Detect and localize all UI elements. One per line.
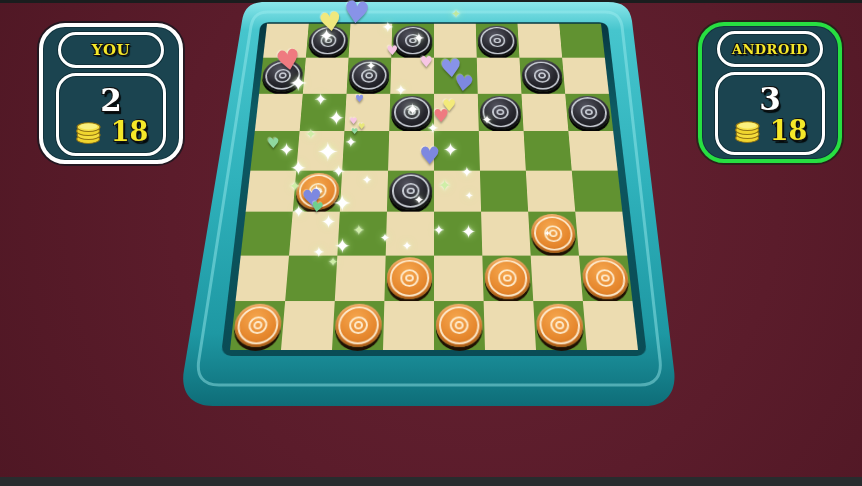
score-box-android: 3 18 <box>715 72 825 155</box>
board-square-e3[interactable] <box>434 212 482 256</box>
board-square-e6[interactable] <box>434 94 479 131</box>
board-square-e5[interactable] <box>434 131 480 170</box>
orange-piece[interactable] <box>535 304 585 348</box>
player-panel-android: ANDROID 3 18 <box>698 22 842 163</box>
board-square-g6[interactable] <box>521 94 568 131</box>
board-square-f2[interactable] <box>482 256 533 302</box>
orange-piece[interactable] <box>232 304 283 348</box>
orange-piece[interactable] <box>334 304 383 348</box>
board-square-f8[interactable] <box>476 24 520 58</box>
black-piece[interactable] <box>479 96 522 130</box>
player-panel-you: YOU 2 18 <box>39 23 183 164</box>
board-square-b2[interactable] <box>285 256 337 302</box>
score-you: 2 <box>100 84 122 117</box>
board-square-d2[interactable] <box>384 256 434 302</box>
board-square-h4[interactable] <box>572 171 623 212</box>
board-square-e8[interactable] <box>434 24 477 58</box>
board-square-g8[interactable] <box>518 24 563 58</box>
board-square-d4[interactable] <box>387 171 434 212</box>
board-square-f7[interactable] <box>477 58 522 94</box>
board-square-d6[interactable] <box>389 94 434 131</box>
orange-piece[interactable] <box>484 258 531 299</box>
black-piece[interactable] <box>567 96 612 130</box>
orange-piece[interactable] <box>581 258 631 299</box>
player-name-android: ANDROID <box>732 42 808 57</box>
orange-piece[interactable] <box>436 304 483 348</box>
board-square-a1[interactable] <box>230 302 285 350</box>
coins-icon <box>733 117 763 144</box>
board-square-h5[interactable] <box>568 131 617 170</box>
board-square-d3[interactable] <box>386 212 434 256</box>
board-square-b5[interactable] <box>296 131 344 170</box>
coins-icon <box>74 118 104 145</box>
board-square-a7[interactable] <box>259 58 306 94</box>
board-square-b8[interactable] <box>306 24 351 58</box>
board-square-c5[interactable] <box>342 131 389 170</box>
board-square-g4[interactable] <box>526 171 575 212</box>
board-square-e1[interactable] <box>434 302 485 350</box>
orange-piece[interactable] <box>386 258 432 299</box>
black-piece[interactable] <box>348 60 390 92</box>
board-square-d5[interactable] <box>388 131 434 170</box>
board-square-f4[interactable] <box>480 171 528 212</box>
score-box-you: 2 18 <box>56 73 166 156</box>
board-square-b4[interactable] <box>293 171 342 212</box>
board-square-g2[interactable] <box>531 256 583 302</box>
board-square-b3[interactable] <box>289 212 340 256</box>
player-name-you: YOU <box>92 41 130 59</box>
player-name-pill: ANDROID <box>717 31 823 67</box>
board-square-b1[interactable] <box>281 302 335 350</box>
coin-count-you: 18 <box>111 118 149 145</box>
board-square-a3[interactable] <box>241 212 293 256</box>
board-square-h6[interactable] <box>565 94 613 131</box>
board-square-c1[interactable] <box>332 302 384 350</box>
board-square-f1[interactable] <box>484 302 536 350</box>
black-piece[interactable] <box>393 26 433 57</box>
board-square-c8[interactable] <box>349 24 393 58</box>
orange-piece[interactable] <box>295 173 341 210</box>
board-square-f5[interactable] <box>479 131 526 170</box>
board-square-a8[interactable] <box>263 24 309 58</box>
board-square-h3[interactable] <box>575 212 627 256</box>
board-square-g1[interactable] <box>533 302 587 350</box>
black-piece[interactable] <box>521 60 563 92</box>
black-piece[interactable] <box>261 60 304 92</box>
black-piece[interactable] <box>307 26 348 57</box>
checkers-board <box>230 24 638 350</box>
board-square-c4[interactable] <box>340 171 388 212</box>
board-square-h2[interactable] <box>579 256 633 302</box>
board-square-e7[interactable] <box>434 58 478 94</box>
board-square-d7[interactable] <box>390 58 434 94</box>
board-square-h7[interactable] <box>562 58 609 94</box>
board-square-h8[interactable] <box>559 24 605 58</box>
board-square-c7[interactable] <box>347 58 392 94</box>
player-name-pill: YOU <box>58 32 164 68</box>
board-square-f6[interactable] <box>478 94 524 131</box>
board-square-f3[interactable] <box>481 212 531 256</box>
board-square-a6[interactable] <box>255 94 303 131</box>
black-piece[interactable] <box>389 173 433 210</box>
board-square-h1[interactable] <box>583 302 638 350</box>
black-piece[interactable] <box>477 26 518 57</box>
board-square-c6[interactable] <box>344 94 390 131</box>
board-square-g7[interactable] <box>519 58 565 94</box>
board-square-d8[interactable] <box>391 24 434 58</box>
board-square-a4[interactable] <box>246 171 297 212</box>
board-square-d1[interactable] <box>383 302 434 350</box>
board-square-c3[interactable] <box>337 212 387 256</box>
board-square-c2[interactable] <box>335 256 386 302</box>
board-square-b7[interactable] <box>303 58 349 94</box>
board-square-a2[interactable] <box>235 256 289 302</box>
score-android: 3 <box>759 83 781 116</box>
board-square-g5[interactable] <box>524 131 572 170</box>
black-piece[interactable] <box>391 96 433 130</box>
board-square-e4[interactable] <box>434 171 481 212</box>
board-square-a5[interactable] <box>250 131 299 170</box>
coin-count-android: 18 <box>770 117 808 144</box>
board-square-b6[interactable] <box>300 94 347 131</box>
board-square-e2[interactable] <box>434 256 484 302</box>
board-square-g3[interactable] <box>528 212 579 256</box>
orange-piece[interactable] <box>530 214 577 253</box>
